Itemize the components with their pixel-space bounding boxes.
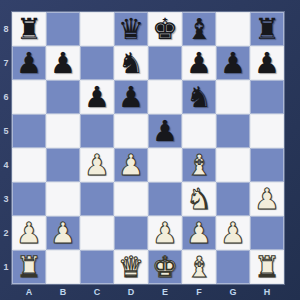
rank-label-1: 1 [0,250,12,284]
square-h8[interactable]: ♜ [250,12,284,46]
piece-black-pawn: ♟ [16,46,42,80]
square-a7[interactable]: ♟ [12,46,46,80]
square-a2[interactable]: ♟ [12,216,46,250]
square-d2[interactable] [114,216,148,250]
square-a1[interactable]: ♜ [12,250,46,284]
square-e6[interactable] [148,80,182,114]
square-g2[interactable]: ♟ [216,216,250,250]
piece-black-pawn: ♟ [152,114,178,148]
square-h3[interactable]: ♟ [250,182,284,216]
rank-label-2: 2 [0,216,12,250]
square-h7[interactable]: ♟ [250,46,284,80]
square-b8[interactable] [46,12,80,46]
rank-label-5: 5 [0,114,12,148]
square-f2[interactable]: ♟ [182,216,216,250]
square-a6[interactable] [12,80,46,114]
rank-label-6: 6 [0,80,12,114]
square-e2[interactable]: ♟ [148,216,182,250]
square-c1[interactable] [80,250,114,284]
file-label-f: F [182,284,216,300]
file-label-d: D [114,284,148,300]
square-d3[interactable] [114,182,148,216]
piece-black-queen: ♛ [118,12,144,46]
piece-white-bishop: ♝ [186,250,212,284]
square-f1[interactable]: ♝ [182,250,216,284]
square-c3[interactable] [80,182,114,216]
square-d1[interactable]: ♛ [114,250,148,284]
square-c7[interactable] [80,46,114,80]
piece-black-pawn: ♟ [254,46,280,80]
square-d8[interactable]: ♛ [114,12,148,46]
piece-white-pawn: ♟ [152,216,178,250]
square-g6[interactable] [216,80,250,114]
file-label-c: C [80,284,114,300]
square-d7[interactable]: ♞ [114,46,148,80]
square-g3[interactable] [216,182,250,216]
square-e7[interactable] [148,46,182,80]
file-label-g: G [216,284,250,300]
rank-label-4: 4 [0,148,12,182]
square-c8[interactable] [80,12,114,46]
piece-white-rook: ♜ [254,250,280,284]
piece-black-rook: ♜ [254,12,280,46]
square-a4[interactable] [12,148,46,182]
square-g7[interactable]: ♟ [216,46,250,80]
square-d5[interactable] [114,114,148,148]
piece-white-bishop: ♝ [186,148,212,182]
piece-black-pawn: ♟ [220,46,246,80]
square-h4[interactable] [250,148,284,182]
square-b6[interactable] [46,80,80,114]
piece-white-queen: ♛ [118,250,144,284]
piece-black-knight: ♞ [118,46,144,80]
piece-white-pawn: ♟ [50,216,76,250]
piece-black-knight: ♞ [186,80,212,114]
piece-black-pawn: ♟ [118,80,144,114]
rank-label-3: 3 [0,182,12,216]
square-a3[interactable] [12,182,46,216]
square-e1[interactable]: ♚ [148,250,182,284]
square-g8[interactable] [216,12,250,46]
square-a8[interactable]: ♜ [12,12,46,46]
piece-white-rook: ♜ [16,250,42,284]
square-f7[interactable]: ♟ [182,46,216,80]
piece-black-bishop: ♝ [186,12,212,46]
square-d4[interactable]: ♟ [114,148,148,182]
square-f3[interactable]: ♞ [182,182,216,216]
square-h5[interactable] [250,114,284,148]
piece-white-pawn: ♟ [118,148,144,182]
square-g4[interactable] [216,148,250,182]
chess-board-frame: 87654321 ABCDEFGH ♜♛♚♝♜♟♟♞♟♟♟♟♟♞♟♟♟♝♞♟♟♟… [0,0,300,300]
square-e8[interactable]: ♚ [148,12,182,46]
file-label-b: B [46,284,80,300]
square-b2[interactable]: ♟ [46,216,80,250]
piece-black-king: ♚ [152,12,178,46]
square-b3[interactable] [46,182,80,216]
piece-white-knight: ♞ [186,182,212,216]
piece-white-pawn: ♟ [254,182,280,216]
square-d6[interactable]: ♟ [114,80,148,114]
square-b5[interactable] [46,114,80,148]
piece-black-rook: ♜ [16,12,42,46]
file-label-h: H [250,284,284,300]
square-f4[interactable]: ♝ [182,148,216,182]
square-h1[interactable]: ♜ [250,250,284,284]
square-f8[interactable]: ♝ [182,12,216,46]
square-g1[interactable] [216,250,250,284]
square-a5[interactable] [12,114,46,148]
file-label-e: E [148,284,182,300]
piece-white-pawn: ♟ [186,216,212,250]
square-f6[interactable]: ♞ [182,80,216,114]
square-b4[interactable] [46,148,80,182]
piece-white-pawn: ♟ [84,148,110,182]
square-b7[interactable]: ♟ [46,46,80,80]
piece-white-pawn: ♟ [220,216,246,250]
rank-label-8: 8 [0,12,12,46]
square-c5[interactable] [80,114,114,148]
square-e5[interactable]: ♟ [148,114,182,148]
piece-black-pawn: ♟ [186,46,212,80]
piece-black-pawn: ♟ [84,80,110,114]
square-c6[interactable]: ♟ [80,80,114,114]
square-c4[interactable]: ♟ [80,148,114,182]
chess-board: ♜♛♚♝♜♟♟♞♟♟♟♟♟♞♟♟♟♝♞♟♟♟♟♟♟♜♛♚♝♜ [12,12,284,284]
square-g5[interactable] [216,114,250,148]
square-c2[interactable] [80,216,114,250]
square-h2[interactable] [250,216,284,250]
piece-black-pawn: ♟ [50,46,76,80]
piece-white-king: ♚ [152,250,178,284]
square-b1[interactable] [46,250,80,284]
piece-white-pawn: ♟ [16,216,42,250]
square-h6[interactable] [250,80,284,114]
file-label-a: A [12,284,46,300]
square-e3[interactable] [148,182,182,216]
square-f5[interactable] [182,114,216,148]
rank-label-7: 7 [0,46,12,80]
square-e4[interactable] [148,148,182,182]
